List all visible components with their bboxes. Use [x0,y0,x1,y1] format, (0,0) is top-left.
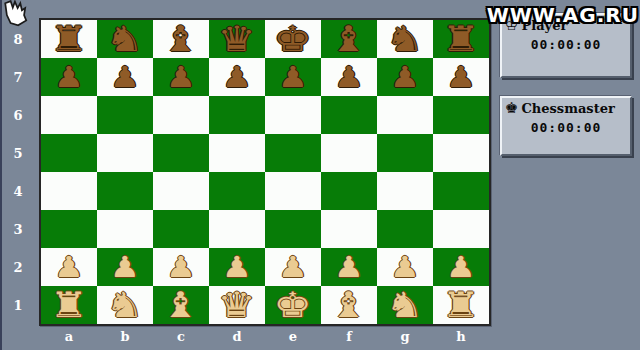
square-h8[interactable]: ♜ [433,20,489,58]
square-c6[interactable] [153,96,209,134]
piece-black-queen[interactable]: ♛ [218,20,256,58]
square-g4[interactable] [377,172,433,210]
square-c4[interactable] [153,172,209,210]
chessmaster-label: Chessmaster [521,101,614,116]
square-e4[interactable] [265,172,321,210]
square-e7[interactable]: ♟ [265,58,321,96]
square-c7[interactable]: ♟ [153,58,209,96]
piece-black-pawn[interactable]: ♟ [222,58,252,96]
square-a5[interactable] [41,134,97,172]
square-g3[interactable] [377,210,433,248]
hand-cursor-icon [2,0,30,28]
square-g6[interactable] [377,96,433,134]
square-f3[interactable] [321,210,377,248]
piece-black-pawn[interactable]: ♟ [110,58,140,96]
rank-label-4: 4 [2,172,34,210]
square-f6[interactable] [321,96,377,134]
rank-label-1: 1 [2,286,34,324]
square-a4[interactable] [41,172,97,210]
square-h2[interactable]: ♟ [433,248,489,286]
square-a1[interactable]: ♜ [41,286,97,324]
file-labels: abcdefgh [41,327,489,345]
piece-white-pawn[interactable]: ♟ [166,248,196,286]
chessmaster-clock-panel: ♚ Chessmaster 00:00:00 [500,96,632,156]
chessmaster-clock-header: ♚ Chessmaster [505,100,627,116]
square-e3[interactable] [265,210,321,248]
file-label-f: f [321,327,377,345]
piece-black-rook[interactable]: ♜ [442,20,480,58]
player-time: 00:00:00 [505,37,627,52]
piece-black-pawn[interactable]: ♟ [334,58,364,96]
file-label-a: a [41,327,97,345]
file-label-g: g [377,327,433,345]
piece-white-pawn[interactable]: ♟ [54,248,84,286]
square-g8[interactable]: ♞ [377,20,433,58]
square-b5[interactable] [97,134,153,172]
piece-black-knight[interactable]: ♞ [386,20,424,58]
square-b3[interactable] [97,210,153,248]
square-a2[interactable]: ♟ [41,248,97,286]
piece-black-pawn[interactable]: ♟ [166,58,196,96]
square-d1[interactable]: ♛ [209,286,265,324]
square-a7[interactable]: ♟ [41,58,97,96]
piece-white-pawn[interactable]: ♟ [334,248,364,286]
piece-white-rook[interactable]: ♜ [50,286,88,324]
square-e6[interactable] [265,96,321,134]
square-e5[interactable] [265,134,321,172]
file-label-e: e [265,327,321,345]
piece-white-king[interactable]: ♚ [274,286,312,324]
piece-white-pawn[interactable]: ♟ [390,248,420,286]
piece-black-bishop[interactable]: ♝ [162,20,200,58]
square-f5[interactable] [321,134,377,172]
square-g1[interactable]: ♞ [377,286,433,324]
watermark: WWW.AG.RU [487,3,639,27]
square-h1[interactable]: ♜ [433,286,489,324]
piece-black-pawn[interactable]: ♟ [446,58,476,96]
black-king-icon: ♚ [505,100,518,116]
square-d3[interactable] [209,210,265,248]
square-g5[interactable] [377,134,433,172]
square-e8[interactable]: ♚ [265,20,321,58]
rank-labels: 87654321 [2,20,34,324]
square-h3[interactable] [433,210,489,248]
square-b8[interactable]: ♞ [97,20,153,58]
square-c1[interactable]: ♝ [153,286,209,324]
square-e2[interactable]: ♟ [265,248,321,286]
piece-white-pawn[interactable]: ♟ [446,248,476,286]
square-f2[interactable]: ♟ [321,248,377,286]
chess-board[interactable]: ♜♞♝♛♚♝♞♜♟♟♟♟♟♟♟♟♟♟♟♟♟♟♟♟♜♞♝♛♚♝♞♜ [39,18,491,326]
piece-white-bishop[interactable]: ♝ [330,286,368,324]
square-e1[interactable]: ♚ [265,286,321,324]
square-c2[interactable]: ♟ [153,248,209,286]
square-f8[interactable]: ♝ [321,20,377,58]
chessmaster-window: 87654321 ♜♞♝♛♚♝♞♜♟♟♟♟♟♟♟♟♟♟♟♟♟♟♟♟♜♞♝♛♚♝♞… [0,0,640,350]
piece-white-knight[interactable]: ♞ [386,286,424,324]
square-f1[interactable]: ♝ [321,286,377,324]
rank-label-2: 2 [2,248,34,286]
piece-black-knight[interactable]: ♞ [106,20,144,58]
file-label-c: c [153,327,209,345]
rank-label-5: 5 [2,134,34,172]
square-h4[interactable] [433,172,489,210]
piece-black-bishop[interactable]: ♝ [330,20,368,58]
piece-white-knight[interactable]: ♞ [106,286,144,324]
piece-white-rook[interactable]: ♜ [442,286,480,324]
square-a8[interactable]: ♜ [41,20,97,58]
piece-black-rook[interactable]: ♜ [50,20,88,58]
piece-black-king[interactable]: ♚ [274,20,312,58]
rank-label-6: 6 [2,96,34,134]
piece-black-pawn[interactable]: ♟ [54,58,84,96]
square-b4[interactable] [97,172,153,210]
piece-white-pawn[interactable]: ♟ [278,248,308,286]
square-d7[interactable]: ♟ [209,58,265,96]
piece-black-pawn[interactable]: ♟ [278,58,308,96]
square-b7[interactable]: ♟ [97,58,153,96]
square-b6[interactable] [97,96,153,134]
piece-white-pawn[interactable]: ♟ [110,248,140,286]
rank-label-7: 7 [2,58,34,96]
piece-white-pawn[interactable]: ♟ [222,248,252,286]
square-a3[interactable] [41,210,97,248]
square-c3[interactable] [153,210,209,248]
square-h7[interactable]: ♟ [433,58,489,96]
square-c5[interactable] [153,134,209,172]
square-f7[interactable]: ♟ [321,58,377,96]
square-c8[interactable]: ♝ [153,20,209,58]
square-h6[interactable] [433,96,489,134]
chessmaster-time: 00:00:00 [505,120,627,135]
piece-white-bishop[interactable]: ♝ [162,286,200,324]
file-label-b: b [97,327,153,345]
square-d4[interactable] [209,172,265,210]
piece-white-queen[interactable]: ♛ [218,286,256,324]
rank-label-3: 3 [2,210,34,248]
file-label-h: h [433,327,489,345]
square-d5[interactable] [209,134,265,172]
square-b2[interactable]: ♟ [97,248,153,286]
square-d2[interactable]: ♟ [209,248,265,286]
file-label-d: d [209,327,265,345]
square-g7[interactable]: ♟ [377,58,433,96]
square-a6[interactable] [41,96,97,134]
piece-black-pawn[interactable]: ♟ [390,58,420,96]
square-d8[interactable]: ♛ [209,20,265,58]
square-h5[interactable] [433,134,489,172]
square-d6[interactable] [209,96,265,134]
square-g2[interactable]: ♟ [377,248,433,286]
square-b1[interactable]: ♞ [97,286,153,324]
square-f4[interactable] [321,172,377,210]
